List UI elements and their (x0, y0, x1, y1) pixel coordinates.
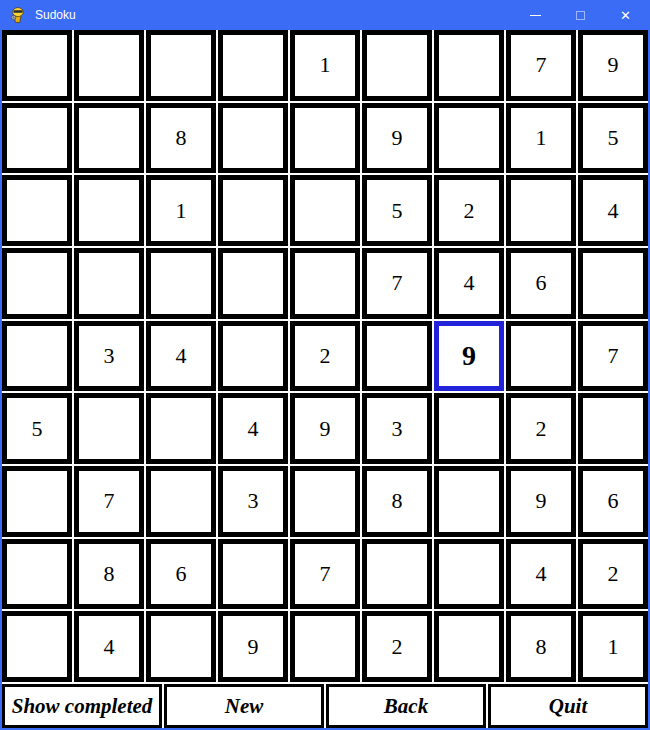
cell-r5c3[interactable]: 4 (146, 321, 216, 392)
cell-r4c9[interactable] (578, 248, 648, 319)
cell-r7c7[interactable] (434, 466, 504, 537)
cell-r2c5[interactable] (290, 103, 360, 174)
minimize-icon (530, 15, 541, 16)
cell-r9c2[interactable]: 4 (74, 611, 144, 682)
maximize-icon (576, 11, 585, 20)
cell-r4c3[interactable] (146, 248, 216, 319)
cell-r3c3[interactable]: 1 (146, 175, 216, 246)
cell-r6c3[interactable] (146, 393, 216, 464)
cell-r5c7[interactable]: 9 (434, 321, 504, 392)
cell-r5c4[interactable] (218, 321, 288, 392)
cell-r1c2[interactable] (74, 30, 144, 101)
cell-r8c3[interactable]: 6 (146, 539, 216, 610)
cell-r1c7[interactable] (434, 30, 504, 101)
cell-r8c6[interactable] (362, 539, 432, 610)
cell-r9c8[interactable]: 8 (506, 611, 576, 682)
sudoku-board: 179891515247463429754932738968674249281 (2, 30, 648, 682)
cell-r9c1[interactable] (2, 611, 72, 682)
cell-r6c5[interactable]: 9 (290, 393, 360, 464)
quit-button[interactable]: Quit (488, 684, 648, 728)
cell-r4c2[interactable] (74, 248, 144, 319)
minimize-button[interactable] (513, 0, 558, 30)
cell-r6c1[interactable]: 5 (2, 393, 72, 464)
cell-r8c7[interactable] (434, 539, 504, 610)
cell-r7c1[interactable] (2, 466, 72, 537)
cell-r7c5[interactable] (290, 466, 360, 537)
cell-r3c9[interactable]: 4 (578, 175, 648, 246)
sudoku-window: Sudoku ✕ 1798915152474634297549327389686… (0, 0, 650, 730)
cell-r9c9[interactable]: 1 (578, 611, 648, 682)
cell-r3c1[interactable] (2, 175, 72, 246)
cell-r6c4[interactable]: 4 (218, 393, 288, 464)
cell-r9c7[interactable] (434, 611, 504, 682)
cell-r2c3[interactable]: 8 (146, 103, 216, 174)
cell-r3c6[interactable]: 5 (362, 175, 432, 246)
cell-r6c8[interactable]: 2 (506, 393, 576, 464)
cell-r8c8[interactable]: 4 (506, 539, 576, 610)
new-button[interactable]: New (164, 684, 324, 728)
cell-r6c7[interactable] (434, 393, 504, 464)
cell-r3c4[interactable] (218, 175, 288, 246)
cell-r4c1[interactable] (2, 248, 72, 319)
title-bar: Sudoku ✕ (2, 0, 648, 30)
cell-r5c9[interactable]: 7 (578, 321, 648, 392)
cell-r4c7[interactable]: 4 (434, 248, 504, 319)
cell-r1c3[interactable] (146, 30, 216, 101)
cell-r1c8[interactable]: 7 (506, 30, 576, 101)
cell-r9c5[interactable] (290, 611, 360, 682)
cell-r2c8[interactable]: 1 (506, 103, 576, 174)
window-content: 179891515247463429754932738968674249281 … (2, 30, 648, 728)
cell-r7c2[interactable]: 7 (74, 466, 144, 537)
python-mascot-icon (9, 7, 26, 24)
cell-r8c5[interactable]: 7 (290, 539, 360, 610)
cell-r7c6[interactable]: 8 (362, 466, 432, 537)
button-bar: Show completed New Back Quit (2, 684, 648, 728)
cell-r7c3[interactable] (146, 466, 216, 537)
cell-r1c6[interactable] (362, 30, 432, 101)
close-icon: ✕ (620, 9, 631, 22)
cell-r8c4[interactable] (218, 539, 288, 610)
cell-r4c8[interactable]: 6 (506, 248, 576, 319)
cell-r2c4[interactable] (218, 103, 288, 174)
cell-r3c5[interactable] (290, 175, 360, 246)
cell-r8c9[interactable]: 2 (578, 539, 648, 610)
cell-r2c7[interactable] (434, 103, 504, 174)
cell-r2c9[interactable]: 5 (578, 103, 648, 174)
cell-r1c5[interactable]: 1 (290, 30, 360, 101)
window-title: Sudoku (35, 8, 76, 22)
cell-r1c9[interactable]: 9 (578, 30, 648, 101)
cell-r3c2[interactable] (74, 175, 144, 246)
cell-r9c4[interactable]: 9 (218, 611, 288, 682)
cell-r3c7[interactable]: 2 (434, 175, 504, 246)
cell-r1c4[interactable] (218, 30, 288, 101)
cell-r7c4[interactable]: 3 (218, 466, 288, 537)
cell-r2c6[interactable]: 9 (362, 103, 432, 174)
cell-r2c2[interactable] (74, 103, 144, 174)
cell-r5c2[interactable]: 3 (74, 321, 144, 392)
cell-r2c1[interactable] (2, 103, 72, 174)
cell-r5c1[interactable] (2, 321, 72, 392)
cell-r4c6[interactable]: 7 (362, 248, 432, 319)
cell-r9c6[interactable]: 2 (362, 611, 432, 682)
cell-r3c8[interactable] (506, 175, 576, 246)
cell-r4c5[interactable] (290, 248, 360, 319)
cell-r4c4[interactable] (218, 248, 288, 319)
cell-r6c2[interactable] (74, 393, 144, 464)
close-button[interactable]: ✕ (603, 0, 648, 30)
cell-r5c6[interactable] (362, 321, 432, 392)
cell-r1c1[interactable] (2, 30, 72, 101)
cell-r7c9[interactable]: 6 (578, 466, 648, 537)
cell-r6c6[interactable]: 3 (362, 393, 432, 464)
show-completed-button[interactable]: Show completed (2, 684, 162, 728)
cell-r8c2[interactable]: 8 (74, 539, 144, 610)
cell-r7c8[interactable]: 9 (506, 466, 576, 537)
cell-r6c9[interactable] (578, 393, 648, 464)
cell-r5c8[interactable] (506, 321, 576, 392)
maximize-button[interactable] (558, 0, 603, 30)
cell-r8c1[interactable] (2, 539, 72, 610)
back-button[interactable]: Back (326, 684, 486, 728)
cell-r9c3[interactable] (146, 611, 216, 682)
cell-r5c5[interactable]: 2 (290, 321, 360, 392)
